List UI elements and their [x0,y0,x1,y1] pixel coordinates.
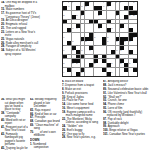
grid-cell[interactable]: 70 [116,50,120,54]
grid-cell[interactable] [85,28,89,32]
grid-cell[interactable]: 44 [120,28,124,32]
grid-cell[interactable] [67,24,71,28]
black-square [129,33,133,37]
grid-cell[interactable] [133,63,137,67]
grid-cell[interactable] [85,15,89,19]
grid-cell[interactable] [111,46,115,50]
cell-number: 32 [111,19,113,20]
cell-number: 30 [72,19,74,20]
clue-item: 41. Frequent part of a New Year's toast [1,126,29,133]
cell-number: 51 [107,37,109,38]
clue-item: 23. Letters on a New Year's invite [1,30,41,37]
cell-number: 35 [81,23,83,24]
cell-number: 92 [89,67,91,68]
grid-cell[interactable]: 90 [72,68,76,72]
cell-number: 84 [72,63,74,64]
clue-item: 40. Word with rot or report [1,119,29,126]
grid-cell[interactable]: 75 [111,55,115,59]
cell-number: 60 [63,45,65,46]
grid-cell[interactable] [72,72,76,76]
cell-number: 43 [111,28,113,29]
grid-cell[interactable]: 19 [94,11,98,15]
clue-item: 69. "Clean machine" of song [30,124,61,131]
across-down-clues-column-2: 63. Melody frequently played in late Dec… [30,98,61,150]
grid-cell[interactable]: 28 [133,15,137,19]
black-square [98,6,102,10]
cell-number: 85 [76,63,78,64]
black-square [129,6,133,10]
grid-cell[interactable]: 89 [129,63,133,67]
cell-number: 3 [72,2,73,3]
grid-cell[interactable]: 46 [67,33,71,37]
grid-cell[interactable] [124,11,128,15]
cell-number: 42 [98,28,100,29]
cell-number: 61 [68,45,70,46]
grid-cell[interactable] [129,68,133,72]
clue-item: 96. OS recently (and thankfully) replace… [103,110,150,117]
grid-cell[interactable] [116,6,120,10]
cell-number: 54 [81,41,83,42]
grid-cell[interactable] [124,28,128,32]
grid-cell[interactable] [72,33,76,37]
grid-cell[interactable]: 77 [129,55,133,59]
grid-cell[interactable]: 39 [124,24,128,28]
cell-number: 74 [107,54,109,55]
cell-number: 70 [116,50,118,51]
clue-item: 101. Canadian New Year's parties [103,133,150,136]
grid-cell[interactable]: 21 [120,11,124,15]
grid-cell[interactable]: 36 [89,24,93,28]
grid-cell[interactable] [133,72,137,76]
grid-cell[interactable]: 23 [76,15,80,19]
grid-cell[interactable]: 10 [133,2,137,6]
grid-cell[interactable] [67,11,71,15]
grid-cell[interactable] [67,63,71,67]
clue-item: 36. What you might cut down when you've … [1,98,29,111]
grid-cell[interactable] [76,37,80,41]
grid-cell[interactable]: 49 [63,37,67,41]
grid-cell[interactable]: 12 [81,6,85,10]
grid-cell[interactable] [133,46,137,50]
grid-cell[interactable]: 37 [94,24,98,28]
cell-number: 2 [68,2,69,3]
cell-number: 79 [81,58,83,59]
cell-number: 13 [85,6,87,7]
cell-number: 58 [124,41,126,42]
grid-cell[interactable] [98,72,102,76]
grid-cell[interactable]: 30 [72,20,76,24]
grid-cell[interactable] [116,20,120,24]
grid-cell[interactable] [111,33,115,37]
grid-cell[interactable]: 20 [102,11,106,15]
black-square [133,59,137,63]
grid-cell[interactable] [98,33,102,37]
cell-number: 44 [120,28,122,29]
cell-number: 23 [76,15,78,16]
cell-number: 68 [81,50,83,51]
grid-cell[interactable]: 81 [116,59,120,63]
black-square [76,55,80,59]
cell-number: 26 [116,15,118,16]
cell-number: 18 [85,10,87,11]
grid-cell[interactable]: 42 [98,28,102,32]
grid-cell[interactable] [72,55,76,59]
grid-cell[interactable]: 26 [116,15,120,19]
cell-number: 5 [89,2,90,3]
cell-number: 57 [116,41,118,42]
grid-cell[interactable] [116,68,120,72]
cell-number: 9 [120,2,121,3]
grid-cell[interactable]: 72 [67,55,71,59]
down-clues-column-4: 87. Antiquing device88. Jack's missus?89… [103,80,150,150]
grid-cell[interactable]: 35 [81,24,85,28]
grid-cell[interactable]: 67 [72,50,76,54]
cell-number: 41 [76,28,78,29]
grid-cell[interactable] [98,2,102,6]
cell-number: 4 [81,2,82,3]
grid-cell[interactable]: 41 [76,28,80,32]
cell-number: 72 [68,54,70,55]
grid-cell[interactable] [81,63,85,67]
grid-cell[interactable] [85,24,89,28]
grid-cell[interactable]: 5 [89,2,93,6]
cell-number: 89 [129,63,131,64]
cell-number: 19 [94,10,96,11]
grid-cell[interactable] [102,72,106,76]
black-square [102,59,106,63]
black-square [124,6,128,10]
grid-cell[interactable] [102,15,106,19]
grid-cell[interactable] [120,72,124,76]
grid-cell[interactable]: 87 [111,63,115,67]
cell-number: 69 [89,50,91,51]
grid-cell[interactable] [129,2,133,6]
grid-cell[interactable] [111,11,115,15]
clue-item: 63. Melody frequently played in late Dec… [30,98,61,108]
grid-cell[interactable] [124,50,128,54]
grid-cell[interactable] [133,28,137,32]
grid-cell[interactable]: 55 [85,41,89,45]
grid-cell[interactable] [133,55,137,59]
grid-cell[interactable]: 15 [107,6,111,10]
grid-cell[interactable] [102,50,106,54]
cell-number: 75 [111,54,113,55]
grid-cell[interactable]: 11 [67,6,71,10]
grid-cell[interactable]: 31 [98,20,102,24]
grid-cell[interactable] [85,33,89,37]
cell-number: 50 [94,37,96,38]
cell-number: 66 [63,50,65,51]
cell-number: 47 [94,32,96,33]
cell-number: 36 [89,23,91,24]
crossword-grid[interactable]: 1234567891011121314151617181920212223242… [62,1,138,77]
grid-cell[interactable] [120,68,124,72]
grid-cell[interactable] [98,55,102,59]
clue-item: 14. One may be dropped in a mailbox [1,1,41,8]
grid-cell[interactable] [129,72,133,76]
grid-cell[interactable]: 8 [116,2,120,6]
black-square [129,28,133,32]
cell-number: 20 [103,10,105,11]
grid-cell[interactable] [120,33,124,37]
grid-cell[interactable]: 83 [63,63,67,67]
grid-cell[interactable]: 24 [81,15,85,19]
grid-cell[interactable] [76,33,80,37]
grid-cell[interactable]: 32 [111,20,115,24]
across-clues-column-top: 14. One may be dropped in a mailbox15. M… [1,1,41,98]
grid-cell[interactable] [111,37,115,41]
grid-cell[interactable] [116,63,120,67]
grid-cell[interactable]: 50 [94,37,98,41]
cell-number: 28 [133,15,135,16]
cell-number: 15 [107,6,109,7]
grid-cell[interactable] [98,41,102,45]
cell-number: 6 [103,2,104,3]
black-square [76,50,80,54]
grid-cell[interactable] [98,37,102,41]
clue-item: 70. ___ of one's own medicine [30,131,61,138]
grid-cell[interactable] [89,6,93,10]
grid-cell[interactable] [94,15,98,19]
grid-cell[interactable]: 22 [63,15,67,19]
black-square [102,55,106,59]
cell-number: 24 [81,15,83,16]
grid-cell[interactable] [89,11,93,15]
grid-cell[interactable] [81,33,85,37]
grid-cell[interactable] [129,46,133,50]
grid-cell[interactable] [133,41,137,45]
cell-number: 87 [111,63,113,64]
black-square [94,55,98,59]
cell-number: 17 [76,10,78,11]
black-square [124,63,128,67]
cell-number: 12 [81,6,83,7]
grid-cell[interactable]: 7 [111,2,115,6]
cell-number: 34 [63,23,65,24]
cell-number: 95 [81,72,83,73]
cell-number: 55 [85,41,87,42]
cell-number: 71 [120,50,122,51]
cell-number: 67 [72,50,74,51]
grid-cell[interactable]: 18 [85,11,89,15]
cell-number: 77 [129,54,131,55]
grid-cell[interactable] [124,2,128,6]
grid-cell[interactable] [85,72,89,76]
cell-number: 80 [107,58,109,59]
cell-number: 45 [63,32,65,33]
grid-cell[interactable] [133,50,137,54]
clue-item: 22. The Monkees' Micky Dolenz, according… [62,118,101,125]
grid-cell[interactable] [94,2,98,6]
grid-cell[interactable] [98,68,102,72]
grid-cell[interactable] [102,33,106,37]
grid-cell[interactable]: 79 [81,59,85,63]
grid-cell[interactable] [98,46,102,50]
grid-cell[interactable] [89,28,93,32]
cell-number: 52 [133,37,135,38]
cell-number: 21 [120,10,122,11]
grid-cell[interactable] [111,41,115,45]
grid-cell[interactable] [133,6,137,10]
cell-number: 81 [116,58,118,59]
black-square [133,68,137,72]
cell-number: 59 [129,41,131,42]
black-square [89,37,93,41]
grid-cell[interactable]: 69 [89,50,93,54]
grid-cell[interactable] [81,28,85,32]
grid-cell[interactable]: 52 [133,37,137,41]
grid-cell[interactable]: 63 [94,46,98,50]
grid-cell[interactable]: 73 [85,55,89,59]
grid-cell[interactable]: 27 [129,15,133,19]
grid-cell[interactable] [98,63,102,67]
cell-number: 37 [94,23,96,24]
grid-cell[interactable] [89,72,93,76]
grid-cell[interactable] [89,15,93,19]
clue-item: 34. Subject of a '60 Minutes' spray expo… [1,49,41,56]
grid-cell[interactable] [133,24,137,28]
grid-cell[interactable]: 86 [94,63,98,67]
cell-number: 94 [63,72,65,73]
clue-item: 18. Eugene campus with a much-maligned n… [62,110,101,117]
cell-number: 82 [124,58,126,59]
grid-cell[interactable]: 94 [63,72,67,76]
clue-item: 38. "Centipede" company [1,112,29,119]
cell-number: 86 [94,63,96,64]
grid-cell[interactable] [94,72,98,76]
cell-number: 88 [120,63,122,64]
grid-cell[interactable] [89,55,93,59]
cell-number: 49 [63,37,65,38]
grid-cell[interactable]: 82 [124,59,128,63]
grid-cell[interactable] [116,28,120,32]
cell-number: 27 [129,15,131,16]
cell-number: 11 [68,6,69,7]
black-square [102,37,106,41]
cell-number: 33 [124,19,126,20]
grid-cell[interactable] [107,46,111,50]
cell-number: 31 [98,19,100,20]
grid-cell[interactable] [89,59,93,63]
cell-number: 48 [107,32,109,33]
cell-number: 90 [72,67,74,68]
clue-item: 1. Numbered composition [30,143,61,150]
grid-cell[interactable] [116,24,120,28]
grid-cell[interactable] [67,37,71,41]
grid-cell[interactable]: 61 [67,46,71,50]
cell-number: 96 [111,72,113,73]
cell-number: 64 [103,45,105,46]
grid-cell[interactable]: 96 [111,72,115,76]
cell-number: 38 [103,23,105,24]
grid-cell[interactable]: 65 [124,46,128,50]
grid-cell[interactable]: 95 [81,72,85,76]
cell-number: 78 [63,58,65,59]
black-square [89,33,93,37]
cell-number: 8 [116,2,117,3]
grid-cell[interactable]: 66 [63,50,67,54]
cell-number: 76 [120,54,122,55]
grid-cell[interactable]: 57 [116,41,120,45]
grid-cell[interactable] [124,72,128,76]
cell-number: 62 [76,45,78,46]
cell-number: 10 [133,2,135,3]
grid-cell[interactable]: 62 [76,46,80,50]
crossword-puzzle-page: 1234567891011121314151617181920212223242… [0,0,150,150]
grid-cell[interactable] [116,72,120,76]
cell-number: 14 [103,6,105,7]
grid-cell[interactable]: 29 [67,20,71,24]
grid-cell[interactable] [102,28,106,32]
grid-cell[interactable] [76,20,80,24]
cell-number: 65 [124,45,126,46]
grid-cell[interactable]: 34 [63,24,67,28]
grid-cell[interactable] [67,59,71,63]
clue-item: 28. New Year's parties, e.g. [62,136,101,139]
grid-cell[interactable] [111,6,115,10]
grid-cell[interactable] [133,20,137,24]
grid-cell[interactable]: 92 [89,68,93,72]
cell-number: 46 [68,32,70,33]
grid-cell[interactable] [129,20,133,24]
grid-cell[interactable] [89,41,93,45]
grid-cell[interactable]: 38 [102,24,106,28]
grid-cell[interactable] [76,68,80,72]
black-square [76,72,80,76]
cell-number: 56 [107,41,109,42]
cell-number: 53 [72,41,74,42]
cell-number: 40 [72,28,74,29]
cell-number: 16 [63,10,65,11]
grid-cell[interactable] [94,68,98,72]
cell-number: 29 [68,19,70,20]
grid-cell[interactable] [98,59,102,63]
grid-cell[interactable]: 59 [129,41,133,45]
cell-number: 93 [107,67,109,68]
grid-cell[interactable] [76,2,80,6]
grid-cell[interactable]: 3 [72,2,76,6]
grid-cell[interactable] [67,72,71,76]
black-square [102,68,106,72]
grid-cell[interactable]: 43 [111,28,115,32]
grid-cell[interactable] [102,63,106,67]
grid-cell[interactable] [107,11,111,15]
grid-cell[interactable] [116,33,120,37]
cell-number: 73 [85,54,87,55]
grid-cell[interactable]: 85 [76,63,80,67]
grid-cell[interactable]: 88 [120,63,124,67]
cell-number: 63 [94,45,96,46]
grid-cell[interactable]: 54 [81,41,85,45]
grid-cell[interactable]: 56 [107,41,111,45]
grid-cell[interactable] [124,33,128,37]
grid-cell[interactable] [98,50,102,54]
black-square [67,68,71,72]
clue-item: 43. Famously flamboyant pig puppet's fav… [1,133,29,146]
clue-item: 17. Ex-governor host of TV's "Conspiracy… [1,12,41,19]
grid-cell[interactable]: 64 [102,46,106,50]
cell-number: 39 [124,23,126,24]
grid-cell[interactable] [94,50,98,54]
black-square [124,68,128,72]
grid-cell[interactable]: 68 [81,50,85,54]
grid-cell[interactable]: 9 [120,2,124,6]
grid-cell[interactable] [85,59,89,63]
grid-cell[interactable]: 1 [63,2,67,6]
cell-number: 83 [63,63,65,64]
grid-cell[interactable] [129,24,133,28]
cell-number: 7 [111,2,112,3]
